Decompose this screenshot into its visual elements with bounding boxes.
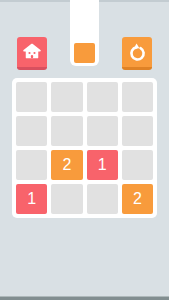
bottom-edge-line xyxy=(0,296,169,300)
home-icon xyxy=(22,42,42,62)
restart-icon xyxy=(127,42,148,63)
grid-cell[interactable] xyxy=(16,82,47,112)
board-panel: 2112 xyxy=(12,78,157,218)
tile-1[interactable]: 1 xyxy=(16,184,47,214)
grid-cell[interactable] xyxy=(122,150,153,180)
grid-cell[interactable] xyxy=(51,82,82,112)
grid-cell[interactable] xyxy=(16,150,47,180)
grid-cell[interactable] xyxy=(87,184,118,214)
grid-cell[interactable] xyxy=(87,82,118,112)
tile-2[interactable]: 2 xyxy=(51,150,82,180)
next-tile-preview xyxy=(74,43,95,63)
grid-cell[interactable] xyxy=(122,116,153,146)
grid-cell[interactable] xyxy=(87,116,118,146)
grid-cell[interactable] xyxy=(51,116,82,146)
tile-2[interactable]: 2 xyxy=(122,184,153,214)
grid-cell[interactable] xyxy=(122,82,153,112)
tile-1[interactable]: 1 xyxy=(87,150,118,180)
grid-cell[interactable] xyxy=(16,116,47,146)
home-button[interactable] xyxy=(17,37,47,70)
game-screen: 2112 xyxy=(0,0,169,300)
grid-cell[interactable] xyxy=(51,184,82,214)
next-tile-chute xyxy=(70,0,99,66)
restart-button[interactable] xyxy=(122,37,152,70)
